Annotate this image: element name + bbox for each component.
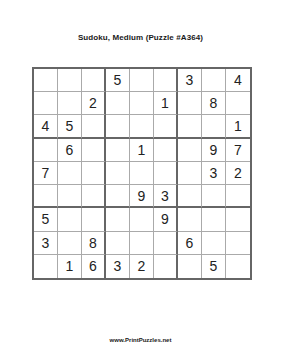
given-digit: 3 [186,73,194,87]
cell-r3c8 [202,115,226,138]
cell-r7c8 [202,208,226,231]
cell-r4c1 [34,139,58,162]
given-digit: 8 [89,236,97,250]
cell-r1c2 [58,69,82,92]
cell-r8c4 [106,232,130,255]
cell-r8c6 [154,232,178,255]
given-digit: 3 [210,166,218,180]
given-digit: 2 [138,259,146,273]
cell-r8c1: 3 [34,232,58,255]
cell-r9c9 [226,255,250,278]
cell-r6c5: 9 [130,185,154,208]
cell-r6c7 [178,185,202,208]
cell-r9c5: 2 [130,255,154,278]
cell-r3c7 [178,115,202,138]
cell-r4c4 [106,139,130,162]
cell-r5c9: 2 [226,162,250,185]
cell-r2c6: 1 [154,92,178,115]
cell-r5c7 [178,162,202,185]
given-digit: 1 [234,119,242,133]
cell-r6c4 [106,185,130,208]
given-digit: 9 [210,143,218,157]
given-digit: 5 [114,73,122,87]
footer-site-url: www.PrintPuzzles.net [0,337,281,343]
given-digit: 6 [66,143,74,157]
cell-r9c2: 1 [58,255,82,278]
given-digit: 6 [89,259,97,273]
given-digit: 7 [234,143,242,157]
cell-r7c3 [82,208,106,231]
cell-r3c9: 1 [226,115,250,138]
cell-r7c5 [130,208,154,231]
cell-r9c7 [178,255,202,278]
given-digit: 5 [210,259,218,273]
given-digit: 1 [161,96,169,110]
sudoku-page: Sudoku, Medium (Puzzle #A364) 5342184516… [0,0,281,363]
cell-r1c1 [34,69,58,92]
cell-r9c4: 3 [106,255,130,278]
cell-r8c5 [130,232,154,255]
cell-r8c7: 6 [178,232,202,255]
cell-r2c3: 2 [82,92,106,115]
given-digit: 4 [42,119,50,133]
cell-r4c8: 9 [202,139,226,162]
cell-r2c2 [58,92,82,115]
given-digit: 8 [210,96,218,110]
cell-r1c7: 3 [178,69,202,92]
given-digit: 1 [66,259,74,273]
cell-r4c5: 1 [130,139,154,162]
cell-r7c4 [106,208,130,231]
cell-r9c8: 5 [202,255,226,278]
cell-r4c7 [178,139,202,162]
cell-r3c3 [82,115,106,138]
cell-r9c6 [154,255,178,278]
cell-r4c3 [82,139,106,162]
cell-r1c8 [202,69,226,92]
cell-r2c1 [34,92,58,115]
given-digit: 2 [89,96,97,110]
given-digit: 7 [42,166,50,180]
given-digit: 6 [186,236,194,250]
cell-r6c3 [82,185,106,208]
given-digit: 2 [234,166,242,180]
cell-r3c6 [154,115,178,138]
cell-r5c1: 7 [34,162,58,185]
given-digit: 5 [42,212,50,226]
cell-r7c7 [178,208,202,231]
cell-r2c9 [226,92,250,115]
given-digit: 3 [42,236,50,250]
cell-r5c3 [82,162,106,185]
cell-r1c5 [130,69,154,92]
cell-r8c3: 8 [82,232,106,255]
given-digit: 5 [66,119,74,133]
cell-r7c9 [226,208,250,231]
cell-r6c8 [202,185,226,208]
given-digit: 3 [161,189,169,203]
cell-r5c4 [106,162,130,185]
cell-r1c3 [82,69,106,92]
cell-r8c9 [226,232,250,255]
cell-r5c2 [58,162,82,185]
cell-r6c2 [58,185,82,208]
cell-r5c6 [154,162,178,185]
cell-r3c5 [130,115,154,138]
cell-r9c3: 6 [82,255,106,278]
cell-r1c9: 4 [226,69,250,92]
cell-r2c4 [106,92,130,115]
given-digit: 3 [114,259,122,273]
cell-r9c1 [34,255,58,278]
cell-r6c6: 3 [154,185,178,208]
page-title: Sudoku, Medium (Puzzle #A364) [0,33,281,42]
given-digit: 9 [161,212,169,226]
sudoku-grid: 5342184516197732935938616325 [32,67,252,280]
cell-r3c4 [106,115,130,138]
given-digit: 9 [138,189,146,203]
cell-r2c5 [130,92,154,115]
cell-r4c2: 6 [58,139,82,162]
cell-r1c6 [154,69,178,92]
cell-r8c8 [202,232,226,255]
cell-r7c1: 5 [34,208,58,231]
cell-r7c2 [58,208,82,231]
cell-r3c2: 5 [58,115,82,138]
cell-r2c8: 8 [202,92,226,115]
cell-r4c6 [154,139,178,162]
cell-r3c1: 4 [34,115,58,138]
cell-r8c2 [58,232,82,255]
cell-r7c6: 9 [154,208,178,231]
cell-r2c7 [178,92,202,115]
cell-r4c9: 7 [226,139,250,162]
cell-r6c1 [34,185,58,208]
cell-r5c8: 3 [202,162,226,185]
given-digit: 1 [138,143,146,157]
cell-r6c9 [226,185,250,208]
given-digit: 4 [234,73,242,87]
cell-r1c4: 5 [106,69,130,92]
cell-r5c5 [130,162,154,185]
